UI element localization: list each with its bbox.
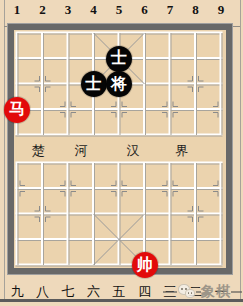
file-label-top-2: 2 <box>33 2 53 18</box>
piece-black-advisor[interactable]: 士 <box>81 71 107 97</box>
file-label-bottom-5: 五 <box>109 283 129 301</box>
river-label: 楚 <box>29 142 47 160</box>
wechat-icon <box>178 284 195 299</box>
file-label-bottom-2: 八 <box>33 283 53 301</box>
river-label: 汉 <box>124 142 142 160</box>
watermark-dash <box>196 291 201 293</box>
file-label-top-5: 5 <box>109 2 129 18</box>
file-label-bottom-6: 四 <box>135 283 155 301</box>
piece-black-general[interactable]: 将 <box>106 71 132 97</box>
file-label-top-7: 7 <box>160 2 180 18</box>
file-label-bottom-4: 六 <box>84 283 104 301</box>
file-label-bottom-1: 九 <box>7 283 27 301</box>
piece-red-horse[interactable]: 马 <box>4 97 30 123</box>
river-label: 河 <box>72 142 90 160</box>
wechat-watermark: 象棋 <box>163 283 242 300</box>
file-label-top-8: 8 <box>186 2 206 18</box>
file-label-top-4: 4 <box>84 2 104 18</box>
river-label: 界 <box>173 142 191 160</box>
watermark-dash <box>163 291 177 293</box>
file-label-top-6: 6 <box>135 2 155 18</box>
file-label-top-1: 1 <box>7 2 27 18</box>
file-label-bottom-3: 七 <box>58 283 78 301</box>
window-right-border <box>240 0 241 300</box>
watermark-dash <box>231 291 242 293</box>
file-label-top-3: 3 <box>58 2 78 18</box>
file-label-top-9: 9 <box>211 2 231 18</box>
watermark-text: 象棋 <box>201 283 231 301</box>
window-left-border <box>4 0 5 300</box>
xiangqi-app-window: 123456789 楚河汉界 士士将马帅 九八七六五四三二一 象棋 <box>0 0 243 306</box>
piece-black-advisor[interactable]: 士 <box>106 46 132 72</box>
piece-red-general[interactable]: 帅 <box>132 252 158 278</box>
